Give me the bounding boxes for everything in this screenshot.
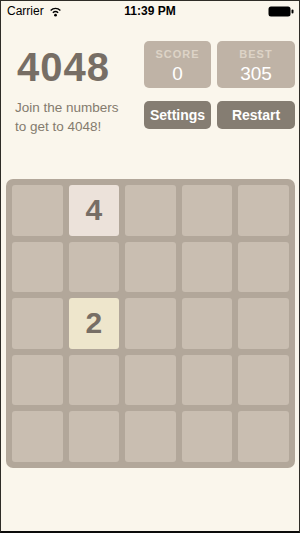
cell-empty: [182, 355, 233, 406]
cell-empty: [12, 242, 63, 293]
score-label: SCORE: [155, 48, 199, 60]
cell-empty: [238, 185, 289, 236]
cell-empty: [182, 185, 233, 236]
board[interactable]: 42: [6, 179, 295, 468]
cell-empty: [125, 411, 176, 462]
cell-empty: [12, 411, 63, 462]
cell-empty: [182, 298, 233, 349]
score-box: SCORE 0: [144, 41, 211, 88]
tile-4: 4: [69, 185, 120, 236]
status-bar: Carrier 11:39 PM: [1, 1, 299, 21]
best-box: BEST 305: [217, 41, 295, 88]
cell-empty: [238, 411, 289, 462]
cell-empty: [238, 242, 289, 293]
subtitle-line1: Join the numbers: [15, 100, 119, 115]
cell-empty: [69, 355, 120, 406]
subtitle: Join the numbers to get to 4048!: [15, 98, 119, 136]
wifi-icon: [48, 6, 63, 17]
cell-empty: [182, 242, 233, 293]
cell-empty: [238, 355, 289, 406]
restart-button[interactable]: Restart: [217, 101, 295, 129]
settings-button[interactable]: Settings: [144, 101, 211, 129]
cell-empty: [125, 242, 176, 293]
cell-empty: [12, 355, 63, 406]
cell-empty: [238, 298, 289, 349]
cell-empty: [125, 298, 176, 349]
subtitle-line2: to get to 4048!: [15, 119, 101, 134]
page-title: 4048: [17, 47, 110, 87]
best-label: BEST: [239, 48, 272, 60]
cell-empty: [12, 185, 63, 236]
carrier-label: Carrier: [7, 4, 44, 18]
tile-2: 2: [69, 298, 120, 349]
cell-empty: [125, 185, 176, 236]
best-value: 305: [240, 63, 272, 85]
cell-empty: [12, 298, 63, 349]
battery-icon: [268, 6, 294, 17]
app-screen: Carrier 11:39 PM 4048 Join the numbers t…: [0, 0, 300, 533]
cell-empty: [69, 411, 120, 462]
score-value: 0: [172, 63, 183, 85]
cell-empty: [182, 411, 233, 462]
cell-empty: [69, 242, 120, 293]
cell-empty: [125, 355, 176, 406]
